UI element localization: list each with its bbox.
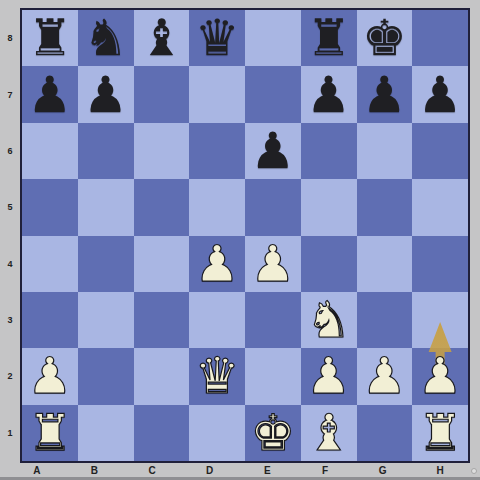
square-c6[interactable] [134,123,190,179]
square-a4[interactable] [22,236,78,292]
square-c7[interactable] [134,66,190,122]
square-c1[interactable] [134,405,190,461]
black-pawn[interactable]: ♟ [306,70,351,120]
square-g7[interactable]: ♟ [357,66,413,122]
square-b4[interactable] [78,236,134,292]
square-e3[interactable] [245,292,301,348]
white-knight[interactable]: ♞ [306,295,351,345]
black-pawn[interactable]: ♟ [418,70,463,120]
white-pawn[interactable]: ♟ [27,351,72,401]
white-rook[interactable]: ♜ [418,408,463,458]
square-c4[interactable] [134,236,190,292]
black-rook[interactable]: ♜ [27,13,72,63]
square-f1[interactable]: ♝ [301,405,357,461]
square-d4[interactable]: ♟ [189,236,245,292]
square-h8[interactable] [412,10,468,66]
file-label-f: F [296,464,354,477]
square-d6[interactable] [189,123,245,179]
square-a3[interactable] [22,292,78,348]
file-labels: ABCDEFGH [8,464,469,477]
square-e7[interactable] [245,66,301,122]
square-e5[interactable] [245,179,301,235]
rank-label-6: 6 [0,123,20,179]
square-f2[interactable]: ♟ [301,348,357,404]
black-knight[interactable]: ♞ [83,13,128,63]
white-pawn[interactable]: ♟ [195,239,240,289]
square-h2[interactable]: ♟ [412,348,468,404]
square-b1[interactable] [78,405,134,461]
rank-label-1: 1 [0,405,20,461]
square-g4[interactable] [357,236,413,292]
rank-label-3: 3 [0,292,20,348]
white-king[interactable]: ♚ [250,408,295,458]
square-g8[interactable]: ♚ [357,10,413,66]
rank-label-2: 2 [0,348,20,404]
square-e8[interactable] [245,10,301,66]
square-f5[interactable] [301,179,357,235]
square-e2[interactable] [245,348,301,404]
square-f8[interactable]: ♜ [301,10,357,66]
rank-label-7: 7 [0,66,20,122]
white-pawn[interactable]: ♟ [418,351,463,401]
file-label-c: C [123,464,181,477]
black-pawn[interactable]: ♟ [27,70,72,120]
square-b2[interactable] [78,348,134,404]
file-label-d: D [181,464,239,477]
white-pawn[interactable]: ♟ [362,351,407,401]
square-d2[interactable]: ♛ [189,348,245,404]
square-c3[interactable] [134,292,190,348]
square-f6[interactable] [301,123,357,179]
square-b6[interactable] [78,123,134,179]
square-f7[interactable]: ♟ [301,66,357,122]
square-a8[interactable]: ♜ [22,10,78,66]
square-d3[interactable] [189,292,245,348]
square-h3[interactable] [412,292,468,348]
square-h1[interactable]: ♜ [412,405,468,461]
white-pawn[interactable]: ♟ [250,239,295,289]
square-e4[interactable]: ♟ [245,236,301,292]
square-c5[interactable] [134,179,190,235]
chess-board-window: ♜♞♝♛♜♚♟♟♟♟♟♟♟♟♞♟♛♟♟♟♜♚♝♜ 87654321 ABCDEF… [0,0,480,480]
black-pawn[interactable]: ♟ [362,70,407,120]
square-c8[interactable]: ♝ [134,10,190,66]
rank-labels: 87654321 [0,10,20,461]
square-b3[interactable] [78,292,134,348]
square-g3[interactable] [357,292,413,348]
white-bishop[interactable]: ♝ [306,408,351,458]
rank-label-4: 4 [0,236,20,292]
square-a6[interactable] [22,123,78,179]
square-a5[interactable] [22,179,78,235]
square-d7[interactable] [189,66,245,122]
square-h5[interactable] [412,179,468,235]
square-g2[interactable]: ♟ [357,348,413,404]
file-label-a: A [8,464,66,477]
square-d1[interactable] [189,405,245,461]
square-b5[interactable] [78,179,134,235]
white-pawn[interactable]: ♟ [306,351,351,401]
square-h4[interactable] [412,236,468,292]
black-pawn[interactable]: ♟ [83,70,128,120]
file-label-h: H [411,464,469,477]
file-label-b: B [66,464,124,477]
square-h7[interactable]: ♟ [412,66,468,122]
square-f3[interactable]: ♞ [301,292,357,348]
white-rook[interactable]: ♜ [27,408,72,458]
black-queen[interactable]: ♛ [195,13,240,63]
square-a2[interactable]: ♟ [22,348,78,404]
square-g1[interactable] [357,405,413,461]
square-c2[interactable] [134,348,190,404]
square-d5[interactable] [189,179,245,235]
black-king[interactable]: ♚ [362,13,407,63]
square-b8[interactable]: ♞ [78,10,134,66]
black-bishop[interactable]: ♝ [139,13,184,63]
resize-grip-dot [471,468,477,474]
square-d8[interactable]: ♛ [189,10,245,66]
square-g5[interactable] [357,179,413,235]
square-e6[interactable]: ♟ [245,123,301,179]
file-label-g: G [354,464,412,477]
black-rook[interactable]: ♜ [306,13,351,63]
board-frame: ♜♞♝♛♜♚♟♟♟♟♟♟♟♟♞♟♛♟♟♟♜♚♝♜ [20,8,470,463]
black-pawn[interactable]: ♟ [250,126,295,176]
file-label-e: E [239,464,297,477]
square-g6[interactable] [357,123,413,179]
square-b7[interactable]: ♟ [78,66,134,122]
white-queen[interactable]: ♛ [195,351,240,401]
square-h6[interactable] [412,123,468,179]
rank-label-5: 5 [0,179,20,235]
square-f4[interactable] [301,236,357,292]
square-a7[interactable]: ♟ [22,66,78,122]
rank-label-8: 8 [0,10,20,66]
board: ♜♞♝♛♜♚♟♟♟♟♟♟♟♟♞♟♛♟♟♟♜♚♝♜ [22,10,468,461]
square-e1[interactable]: ♚ [245,405,301,461]
square-a1[interactable]: ♜ [22,405,78,461]
